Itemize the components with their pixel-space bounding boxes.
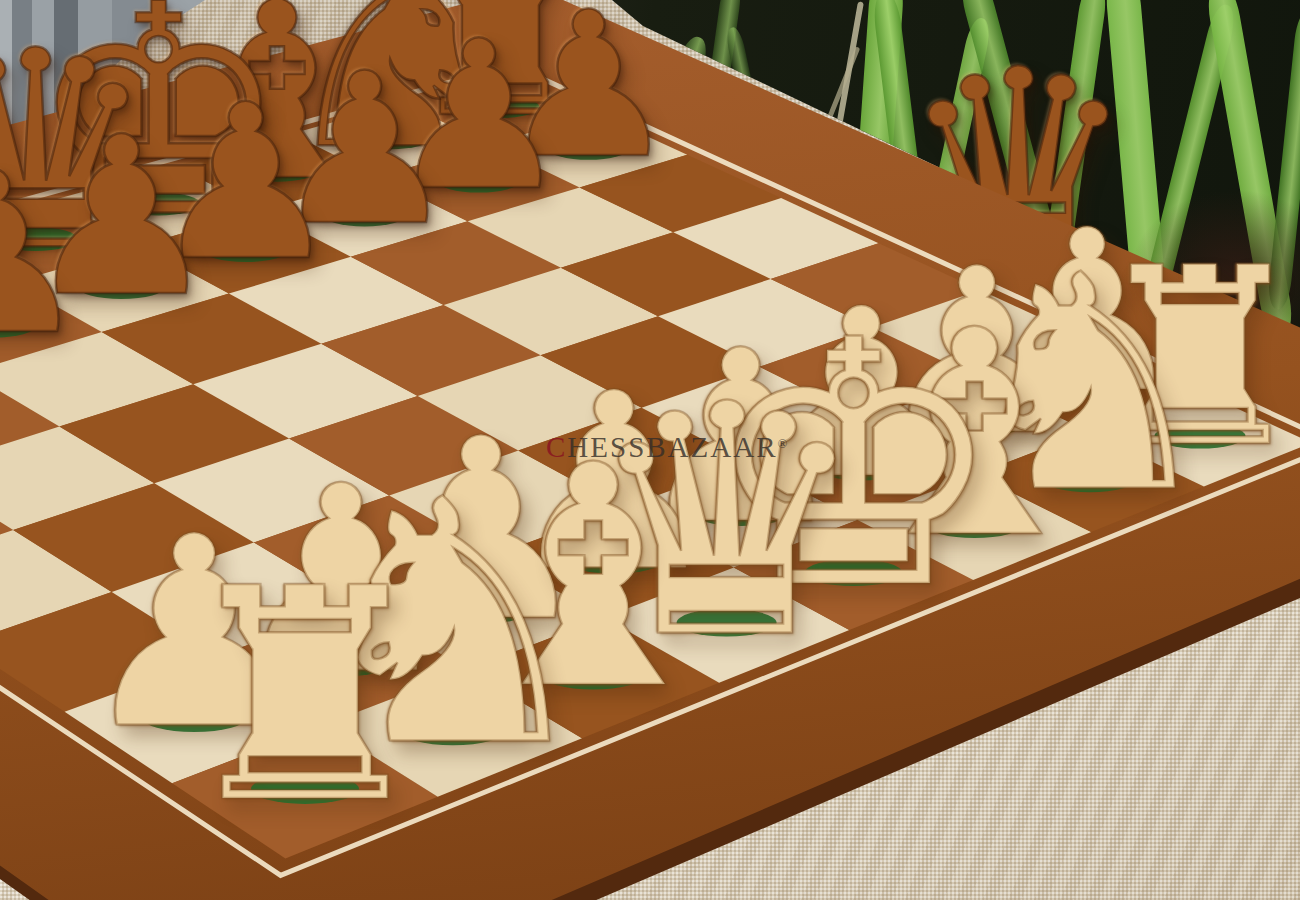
rook-glyph: ♜: [174, 526, 437, 867]
pawn-glyph: ♟: [0, 125, 92, 385]
product-photo: ♛ ♜♞♟♝♟♚♟♛♟♝♟♞♟♜♟♟♟♟♜♟♞♟♝♟♚♟♛♟♝♟♞♜ CHESS…: [0, 0, 1300, 900]
piece-brown-pawn-c7[interactable]: ♟: [0, 144, 92, 367]
piece-white-rook-a1[interactable]: ♜: [174, 550, 437, 843]
